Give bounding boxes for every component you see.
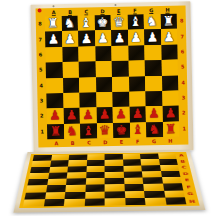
square-c1[interactable]: ♝	[80, 123, 97, 139]
square-g8[interactable]: ♞	[144, 14, 161, 30]
rank-label-5: 5	[37, 63, 45, 79]
square-b7[interactable]: ♟	[62, 31, 79, 47]
square-a5[interactable]	[46, 62, 63, 78]
file-label-e: E	[113, 138, 129, 146]
square-g7[interactable]: ♟	[144, 29, 161, 45]
red-pawn: ♟	[66, 109, 78, 122]
rank-label-4: 4	[37, 78, 45, 94]
white-pawn: ♟	[146, 30, 158, 43]
square-c5[interactable]	[79, 61, 96, 77]
file-label-f: F	[130, 137, 146, 145]
square-g6[interactable]	[144, 45, 161, 61]
flat-board-wrap: ABCDEFGH	[20, 150, 199, 216]
red-king: ♚	[115, 123, 127, 136]
square-g4[interactable]	[145, 75, 162, 91]
square-a2[interactable]: ♟	[47, 108, 64, 124]
rank-label-8: 8	[178, 13, 186, 29]
rank-label-3: 3	[179, 90, 187, 106]
square-e7[interactable]: ♟	[111, 30, 128, 46]
flat-empty-board: ABCDEFGH	[13, 150, 205, 213]
red-pawn: ♟	[115, 108, 127, 121]
square-c7[interactable]: ♟	[78, 31, 95, 47]
square-f8[interactable]: ♝	[127, 14, 144, 30]
square-d2[interactable]: ♟	[96, 107, 113, 123]
square-h3[interactable]	[162, 90, 179, 106]
red-pin-icon	[38, 8, 42, 12]
square-a1[interactable]: ♜	[47, 124, 64, 140]
rank-label-3: 3	[37, 93, 45, 109]
square-h6[interactable]	[161, 44, 178, 60]
square-h2[interactable]: ♟	[162, 106, 179, 122]
rank-label-2: 2	[38, 109, 46, 125]
rank-label-1: 1	[38, 124, 46, 140]
rank-label-7: 7	[36, 32, 44, 48]
square-c2[interactable]: ♟	[80, 108, 97, 124]
square-g5[interactable]	[145, 60, 162, 76]
flat-board-face: ABCDEFGH	[19, 152, 199, 208]
square-d4[interactable]	[95, 77, 112, 93]
flat-square	[165, 197, 187, 205]
screw-icon	[114, 4, 116, 6]
demo-chess-board: ABCDEFGH ABCDEFGH 87654321 87654321 ♜♞♝♚…	[30, 1, 193, 153]
square-f3[interactable]	[129, 91, 146, 107]
red-bishop: ♝	[132, 123, 144, 136]
rank-label-4: 4	[179, 75, 187, 91]
square-d1[interactable]: ♛	[96, 123, 113, 139]
red-queen: ♛	[99, 123, 111, 136]
flat-square	[23, 199, 45, 207]
white-pawn: ♟	[113, 31, 125, 44]
square-f4[interactable]	[128, 76, 145, 92]
file-label-g: G	[146, 137, 162, 145]
white-pawn: ♟	[80, 31, 92, 44]
flat-square	[105, 198, 125, 206]
square-a3[interactable]	[46, 93, 63, 109]
white-queen: ♛	[113, 15, 125, 28]
square-a4[interactable]	[46, 78, 63, 94]
red-rook: ♜	[49, 124, 61, 137]
rank-label-2: 2	[180, 106, 188, 122]
square-b1[interactable]: ♞	[63, 123, 80, 139]
flat-square	[125, 198, 146, 206]
white-knight: ♞	[146, 15, 158, 28]
square-b5[interactable]	[62, 62, 79, 78]
square-c4[interactable]	[79, 77, 96, 93]
square-d3[interactable]	[96, 92, 113, 108]
red-pawn: ♟	[49, 109, 61, 122]
square-f7[interactable]: ♟	[128, 30, 145, 46]
file-label-b: B	[65, 139, 81, 147]
square-e3[interactable]	[112, 92, 129, 108]
red-pawn: ♟	[148, 107, 160, 120]
white-king: ♚	[97, 16, 109, 29]
square-f2[interactable]: ♟	[129, 107, 146, 123]
square-a7[interactable]: ♟	[45, 31, 62, 47]
square-e2[interactable]: ♟	[113, 107, 130, 123]
rank-label-7: 7	[178, 29, 186, 45]
square-c8[interactable]: ♝	[78, 15, 95, 31]
red-rook: ♜	[165, 122, 177, 135]
white-rook: ♜	[47, 17, 59, 30]
file-label-h: H	[162, 137, 178, 145]
product-photo: ABCDEFGH ABCDEFGH 87654321 87654321 ♜♞♝♚…	[0, 0, 218, 216]
square-f5[interactable]	[128, 60, 145, 76]
red-pawn: ♟	[99, 108, 111, 121]
white-bishop: ♝	[130, 15, 142, 28]
square-d8[interactable]: ♚	[94, 15, 111, 31]
rank-label-5: 5	[179, 60, 187, 76]
white-knight: ♞	[64, 16, 76, 29]
flat-file-label-h: H	[186, 197, 198, 205]
flat-square	[84, 198, 104, 206]
screw-icon	[52, 5, 54, 7]
rank-label-1: 1	[180, 121, 188, 137]
red-pawn: ♟	[165, 107, 177, 120]
white-rook: ♜	[163, 14, 175, 27]
rank-label-8: 8	[36, 16, 44, 32]
square-g2[interactable]: ♟	[146, 106, 163, 122]
red-pawn: ♟	[132, 107, 144, 120]
square-h7[interactable]: ♟	[161, 29, 178, 45]
red-knight: ♞	[148, 122, 160, 135]
square-a8[interactable]: ♜	[45, 16, 62, 32]
square-h8[interactable]: ♜	[160, 14, 177, 30]
flat-square	[43, 199, 64, 207]
square-b6[interactable]	[62, 46, 79, 62]
board-face: ABCDEFGH ABCDEFGH 87654321 87654321 ♜♞♝♚…	[36, 5, 189, 147]
square-g1[interactable]: ♞	[146, 122, 163, 138]
rank-label-6: 6	[178, 44, 186, 60]
board-grid: ♜♞♝♚♛♝♞♜♟♟♟♟♟♟♟♟♟♟♟♟♟♟♟♟♜♞♝♛♚♝♞♜	[45, 14, 180, 140]
file-label-d: D	[97, 138, 113, 146]
red-knight: ♞	[66, 124, 78, 137]
square-h1[interactable]: ♜	[162, 121, 179, 137]
flat-square	[64, 199, 85, 207]
square-h4[interactable]	[161, 75, 178, 91]
white-pawn: ♟	[64, 32, 76, 45]
rank-labels-right: 87654321	[178, 13, 189, 136]
flat-board-grid	[23, 153, 186, 206]
square-e1[interactable]: ♚	[113, 122, 130, 138]
square-e5[interactable]	[112, 61, 129, 77]
white-bishop: ♝	[80, 16, 92, 29]
red-pawn: ♟	[82, 108, 94, 121]
square-d7[interactable]: ♟	[95, 30, 112, 46]
square-d5[interactable]	[95, 61, 112, 77]
square-c6[interactable]	[78, 46, 95, 62]
square-a6[interactable]	[45, 47, 62, 63]
square-c3[interactable]	[79, 92, 96, 108]
square-d6[interactable]	[95, 46, 112, 62]
square-e8[interactable]: ♛	[111, 15, 128, 31]
white-pawn: ♟	[130, 30, 142, 43]
square-e6[interactable]	[111, 45, 128, 61]
white-pawn: ♟	[163, 30, 175, 43]
square-e4[interactable]	[112, 76, 129, 92]
file-label-a: A	[48, 139, 64, 147]
flat-square	[145, 197, 166, 205]
square-g3[interactable]	[145, 91, 162, 107]
square-f6[interactable]	[128, 45, 145, 61]
rank-label-6: 6	[36, 47, 44, 63]
square-b3[interactable]	[63, 93, 80, 109]
white-pawn: ♟	[47, 32, 59, 45]
square-h5[interactable]	[161, 60, 178, 76]
file-label-c: C	[81, 138, 97, 146]
square-b8[interactable]: ♞	[61, 16, 78, 32]
white-pawn: ♟	[97, 31, 109, 44]
square-f1[interactable]: ♝	[129, 122, 146, 138]
red-bishop: ♝	[82, 124, 94, 137]
square-b2[interactable]: ♟	[63, 108, 80, 124]
square-b4[interactable]	[62, 77, 79, 93]
